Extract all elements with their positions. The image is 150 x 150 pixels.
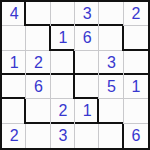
cell-r3c6[interactable]: [124, 51, 148, 75]
cell-r1c3[interactable]: [51, 2, 75, 26]
cell-r3c3[interactable]: [51, 51, 75, 75]
cell-r3c4[interactable]: [75, 51, 99, 75]
cell-r3c2[interactable]: 2: [26, 51, 50, 75]
cell-r1c2[interactable]: [26, 2, 50, 26]
cell-r4c1[interactable]: [2, 75, 26, 99]
cell-r3c5[interactable]: 3: [99, 51, 123, 75]
cell-r6c4[interactable]: [75, 124, 99, 148]
cell-r1c5[interactable]: [99, 2, 123, 26]
cell-r6c5[interactable]: [99, 124, 123, 148]
cell-r2c3[interactable]: 1: [51, 26, 75, 50]
cell-r6c6[interactable]: 6: [124, 124, 148, 148]
cell-r2c5[interactable]: [99, 26, 123, 50]
sudoku-board: 4321612365121236: [0, 0, 150, 150]
cell-r5c6[interactable]: [124, 99, 148, 123]
cell-r4c4[interactable]: [75, 75, 99, 99]
cell-r5c1[interactable]: [2, 99, 26, 123]
cell-r2c4[interactable]: 6: [75, 26, 99, 50]
cell-r4c6[interactable]: 1: [124, 75, 148, 99]
cell-r6c1[interactable]: 2: [2, 124, 26, 148]
cell-r2c6[interactable]: [124, 26, 148, 50]
cell-r3c1[interactable]: 1: [2, 51, 26, 75]
cell-r1c6[interactable]: 2: [124, 2, 148, 26]
cell-r4c5[interactable]: 5: [99, 75, 123, 99]
cell-r2c2[interactable]: [26, 26, 50, 50]
cell-r4c2[interactable]: 6: [26, 75, 50, 99]
cell-r6c2[interactable]: [26, 124, 50, 148]
cell-r2c1[interactable]: [2, 26, 26, 50]
cell-r5c2[interactable]: [26, 99, 50, 123]
cell-r5c4[interactable]: 1: [75, 99, 99, 123]
cell-r5c5[interactable]: [99, 99, 123, 123]
cell-r6c3[interactable]: 3: [51, 124, 75, 148]
cell-r5c3[interactable]: 2: [51, 99, 75, 123]
cell-r1c1[interactable]: 4: [2, 2, 26, 26]
cell-r4c3[interactable]: [51, 75, 75, 99]
cell-r1c4[interactable]: 3: [75, 2, 99, 26]
